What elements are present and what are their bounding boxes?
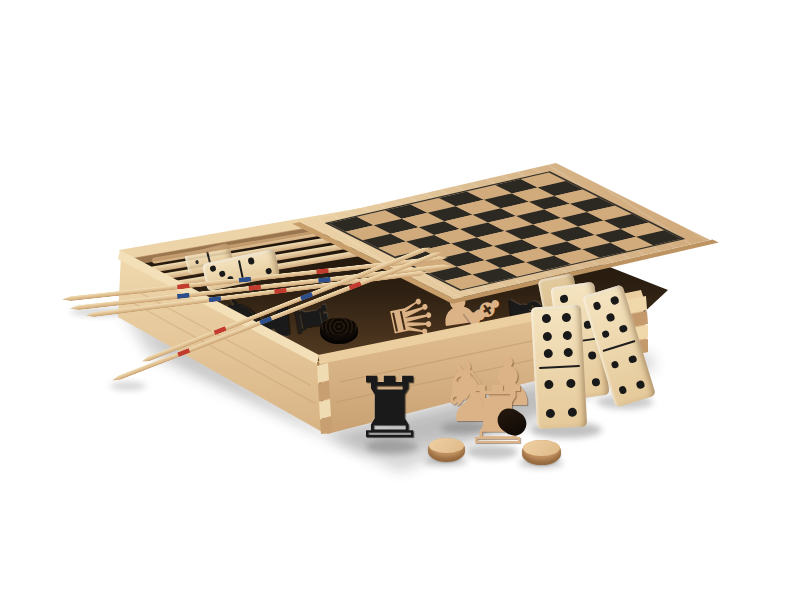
checker-piece-natural-2 bbox=[522, 440, 561, 465]
front-pieces: ♜ ♞ ♟ ♜ bbox=[0, 0, 800, 600]
checker-piece-natural-1 bbox=[428, 438, 465, 462]
games-box-product-photo: ♞ ♟ ♜ ♛ ♟ ♝ ♝ ♟ ♟ bbox=[0, 0, 800, 600]
chess-piece-black-rook: ♜ bbox=[352, 366, 427, 450]
